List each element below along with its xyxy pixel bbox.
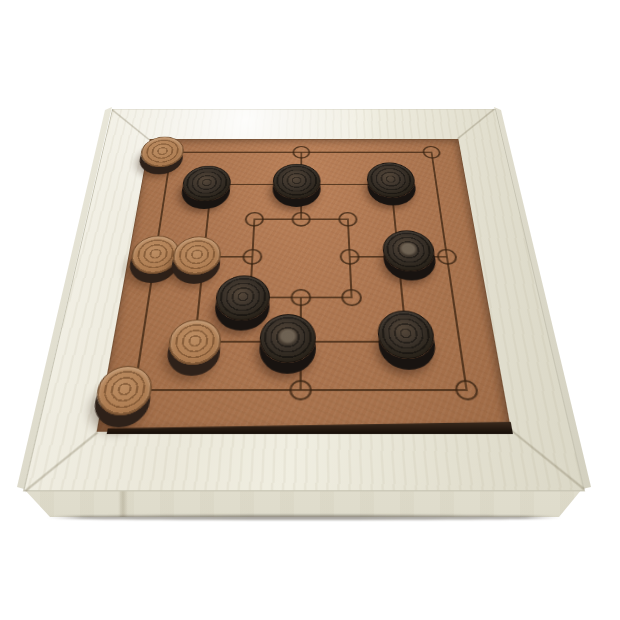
point-a3 — [120, 277, 177, 319]
morris-pattern — [135, 152, 467, 390]
point-b4[interactable] — [177, 238, 230, 277]
point-marker — [292, 146, 310, 159]
point-marker — [422, 146, 442, 159]
piece-dark-d6[interactable] — [272, 164, 321, 199]
point-g1[interactable] — [436, 365, 499, 416]
point-b1 — [159, 365, 220, 416]
point-d4 — [276, 238, 326, 277]
point-f4[interactable] — [373, 238, 425, 277]
point-marker — [244, 212, 264, 227]
board-frame — [23, 109, 585, 492]
ground-shadow — [46, 515, 562, 520]
point-f1 — [382, 365, 442, 416]
point-marker — [454, 380, 480, 401]
point-marker — [338, 212, 358, 227]
point-g4[interactable] — [420, 238, 474, 277]
point-c1 — [216, 365, 274, 416]
point-c5[interactable] — [230, 202, 279, 238]
point-e6 — [323, 168, 370, 201]
point-b2[interactable] — [165, 319, 223, 365]
point-d3[interactable] — [275, 277, 327, 319]
point-marker — [291, 212, 310, 227]
point-c3[interactable] — [223, 277, 276, 319]
point-e3[interactable] — [326, 277, 379, 319]
point-marker — [290, 289, 311, 306]
point-a2 — [111, 319, 171, 365]
point-g2 — [430, 319, 490, 365]
point-a5 — [134, 202, 186, 238]
point-f6[interactable] — [368, 168, 416, 201]
frame-miter-joint — [24, 432, 98, 492]
point-f2[interactable] — [378, 319, 435, 365]
point-c7 — [235, 137, 280, 168]
piece-dark-d2[interactable] — [259, 314, 316, 363]
point-a7[interactable] — [147, 137, 195, 168]
point-marker — [436, 249, 458, 265]
point-marker — [289, 380, 312, 401]
point-marker — [242, 249, 263, 265]
frame-miter-joint — [457, 109, 495, 140]
frame-miter-joint — [112, 109, 150, 140]
leather-front-edge — [107, 422, 513, 434]
point-b7 — [191, 137, 238, 168]
leather-surface — [97, 139, 512, 432]
point-e4[interactable] — [325, 238, 375, 277]
point-d2[interactable] — [274, 319, 328, 365]
piece-dark-c3[interactable] — [214, 275, 271, 320]
point-c6 — [232, 168, 279, 201]
point-g3 — [425, 277, 482, 319]
board-grid — [102, 137, 498, 416]
point-d1[interactable] — [272, 365, 329, 416]
point-a1[interactable] — [102, 365, 165, 416]
piece-wood-b2[interactable] — [166, 320, 223, 365]
piece-dark-f6[interactable] — [366, 163, 417, 198]
point-c4[interactable] — [227, 238, 278, 277]
point-e1 — [328, 365, 386, 416]
point-b6[interactable] — [187, 168, 235, 201]
point-g5 — [416, 202, 468, 238]
piece-wood-a7[interactable] — [138, 137, 185, 167]
point-marker — [341, 289, 363, 306]
point-marker — [339, 249, 360, 265]
point-e5[interactable] — [324, 202, 372, 238]
point-d6[interactable] — [278, 168, 324, 201]
point-g6 — [412, 168, 462, 201]
point-d5[interactable] — [277, 202, 325, 238]
board-photo — [0, 0, 620, 620]
piece-wood-a1[interactable] — [93, 366, 155, 416]
point-g7[interactable] — [408, 137, 456, 168]
point-e2 — [327, 319, 382, 365]
point-b5 — [182, 202, 233, 238]
point-e7 — [323, 137, 368, 168]
